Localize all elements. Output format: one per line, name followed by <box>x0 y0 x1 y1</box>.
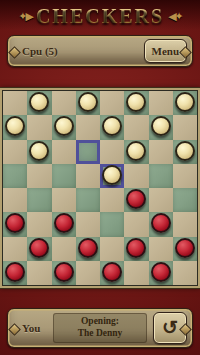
board-square-r1c6[interactable] <box>149 115 173 139</box>
board-square-r3c6[interactable] <box>149 164 173 188</box>
board-square-r4c4[interactable] <box>100 188 124 212</box>
red-piece[interactable] <box>54 262 74 282</box>
board-square-r2c4[interactable] <box>100 140 124 164</box>
white-piece[interactable] <box>151 116 171 136</box>
white-piece[interactable] <box>29 141 49 161</box>
board-square-r5c5[interactable] <box>124 212 148 236</box>
board-square-r3c1[interactable] <box>27 164 51 188</box>
bottom-status-bar: You Opening: The Denny ↺ <box>7 308 193 348</box>
red-piece[interactable] <box>78 238 98 258</box>
board-square-r2c2[interactable] <box>52 140 76 164</box>
red-piece[interactable] <box>175 238 195 258</box>
red-piece[interactable] <box>126 189 146 209</box>
board-square-r2c6[interactable] <box>149 140 173 164</box>
board-square-r0c1[interactable] <box>27 91 51 115</box>
board-square-r6c3[interactable] <box>76 237 100 261</box>
board-square-r1c7[interactable] <box>173 115 197 139</box>
opening-name: The Denny <box>78 328 123 340</box>
board-square-r6c7[interactable] <box>173 237 197 261</box>
board-square-r4c0[interactable] <box>3 188 27 212</box>
you-player-label: You <box>22 322 40 334</box>
board-square-r5c6[interactable] <box>149 212 173 236</box>
board-square-r5c7[interactable] <box>173 212 197 236</box>
white-piece[interactable] <box>5 116 25 136</box>
red-piece[interactable] <box>102 262 122 282</box>
title-row: ✦▶ CHECKERS ◀✦ <box>0 0 200 33</box>
board-square-r7c3[interactable] <box>76 261 100 285</box>
undo-icon: ↺ <box>162 318 178 337</box>
board-square-r6c1[interactable] <box>27 237 51 261</box>
board-square-r1c5[interactable] <box>124 115 148 139</box>
board-square-r1c1[interactable] <box>27 115 51 139</box>
red-piece[interactable] <box>151 262 171 282</box>
board-square-r5c1[interactable] <box>27 212 51 236</box>
white-piece[interactable] <box>29 92 49 112</box>
board-square-r6c6[interactable] <box>149 237 173 261</box>
red-piece[interactable] <box>54 213 74 233</box>
board-square-r7c7[interactable] <box>173 261 197 285</box>
board-square-r4c6[interactable] <box>149 188 173 212</box>
board-square-r6c5[interactable] <box>124 237 148 261</box>
bottom-bar-wrap: You Opening: The Denny ↺ <box>0 306 200 348</box>
board-square-r0c5[interactable] <box>124 91 148 115</box>
board-square-r4c3[interactable] <box>76 188 100 212</box>
board-square-r4c2[interactable] <box>52 188 76 212</box>
board-square-r6c4[interactable] <box>100 237 124 261</box>
checkers-app: ✦▶ CHECKERS ◀✦ Cpu (5) Menu You Opening:… <box>0 0 200 355</box>
board-square-r7c5[interactable] <box>124 261 148 285</box>
board-square-r3c0[interactable] <box>3 164 27 188</box>
board-square-r1c4[interactable] <box>100 115 124 139</box>
board-square-r7c1[interactable] <box>27 261 51 285</box>
red-piece[interactable] <box>5 262 25 282</box>
title-ornament-right-icon: ◀✦ <box>168 10 182 23</box>
board-square-r6c0[interactable] <box>3 237 27 261</box>
board-square-r0c4[interactable] <box>100 91 124 115</box>
board-frame <box>0 88 200 288</box>
board-square-r7c2[interactable] <box>52 261 76 285</box>
board-square-r3c3[interactable] <box>76 164 100 188</box>
board-square-r2c7[interactable] <box>173 140 197 164</box>
undo-button[interactable]: ↺ <box>153 312 187 344</box>
menu-button-label: Menu <box>152 45 180 57</box>
white-piece[interactable] <box>175 92 195 112</box>
board-square-r1c0[interactable] <box>3 115 27 139</box>
white-piece[interactable] <box>126 92 146 112</box>
board-square-r3c5[interactable] <box>124 164 148 188</box>
board-square-r5c0[interactable] <box>3 212 27 236</box>
board-square-r3c2[interactable] <box>52 164 76 188</box>
red-piece[interactable] <box>29 238 49 258</box>
opening-label: Opening: <box>81 316 119 328</box>
cpu-player-label: Cpu (5) <box>22 45 58 57</box>
board-square-r5c2[interactable] <box>52 212 76 236</box>
white-piece[interactable] <box>54 116 74 136</box>
board-square-r0c0[interactable] <box>3 91 27 115</box>
white-piece[interactable] <box>78 92 98 112</box>
board-square-r2c1[interactable] <box>27 140 51 164</box>
board-square-r2c0[interactable] <box>3 140 27 164</box>
opening-info-box: Opening: The Denny <box>53 313 147 343</box>
white-piece[interactable] <box>126 141 146 161</box>
red-piece[interactable] <box>5 213 25 233</box>
board-square-r6c2[interactable] <box>52 237 76 261</box>
board-square-r2c3[interactable] <box>76 140 100 164</box>
board-square-r1c3[interactable] <box>76 115 100 139</box>
board-square-r0c3[interactable] <box>76 91 100 115</box>
board-square-r1c2[interactable] <box>52 115 76 139</box>
board-square-r3c4[interactable] <box>100 164 124 188</box>
board-square-r0c7[interactable] <box>173 91 197 115</box>
checkers-board <box>2 90 198 286</box>
board-square-r5c4[interactable] <box>100 212 124 236</box>
board-square-r4c5[interactable] <box>124 188 148 212</box>
white-piece[interactable] <box>175 141 195 161</box>
board-square-r7c0[interactable] <box>3 261 27 285</box>
menu-button[interactable]: Menu <box>144 39 188 63</box>
title-ornament-left-icon: ✦▶ <box>18 10 32 23</box>
red-piece[interactable] <box>126 238 146 258</box>
white-piece[interactable] <box>102 116 122 136</box>
board-square-r4c1[interactable] <box>27 188 51 212</box>
red-piece[interactable] <box>151 213 171 233</box>
board-square-r4c7[interactable] <box>173 188 197 212</box>
board-square-r0c6[interactable] <box>149 91 173 115</box>
board-square-r7c4[interactable] <box>100 261 124 285</box>
top-status-bar: Cpu (5) Menu <box>7 35 193 67</box>
app-title: CHECKERS <box>36 5 164 28</box>
board-square-r2c5[interactable] <box>124 140 148 164</box>
board-square-r5c3[interactable] <box>76 212 100 236</box>
white-piece[interactable] <box>102 165 122 185</box>
board-square-r7c6[interactable] <box>149 261 173 285</box>
board-square-r3c7[interactable] <box>173 164 197 188</box>
board-square-r0c2[interactable] <box>52 91 76 115</box>
